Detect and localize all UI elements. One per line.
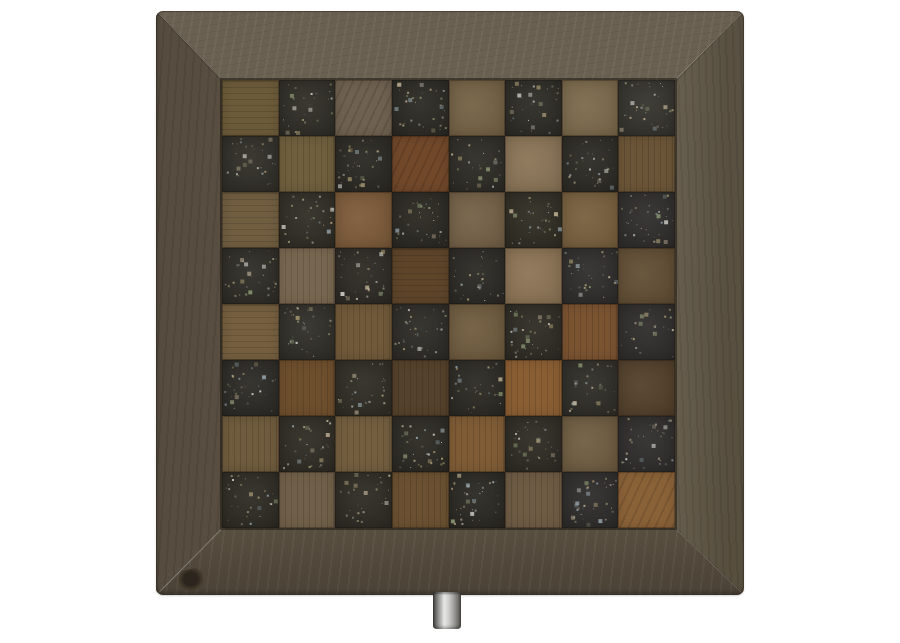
square-g8 — [562, 80, 619, 136]
square-d4 — [392, 304, 449, 360]
square-a5 — [222, 248, 279, 304]
stone-speckles — [505, 80, 507, 82]
square-a3 — [222, 360, 279, 416]
stone-speckles — [505, 192, 507, 194]
square-b4 — [279, 304, 336, 360]
square-f2 — [505, 416, 562, 472]
stone-speckles — [222, 360, 224, 362]
square-e8 — [449, 80, 506, 136]
square-c7 — [335, 136, 392, 192]
square-h3 — [618, 360, 675, 416]
stone-speckles — [618, 304, 620, 306]
square-g3 — [562, 360, 619, 416]
square-f5 — [505, 248, 562, 304]
square-g5 — [562, 248, 619, 304]
square-b5 — [279, 248, 336, 304]
square-b1 — [279, 472, 336, 528]
square-d1 — [392, 472, 449, 528]
square-b7 — [279, 136, 336, 192]
stone-speckles — [335, 248, 337, 250]
board-grid — [222, 80, 675, 528]
square-c6 — [335, 192, 392, 248]
miter-seam-bottom-right — [675, 527, 744, 595]
stone-speckles — [392, 80, 394, 82]
stone-speckles — [392, 416, 394, 418]
stone-speckles — [335, 360, 337, 362]
stone-speckles — [562, 248, 564, 250]
product-photo — [0, 0, 900, 643]
square-d6 — [392, 192, 449, 248]
square-c3 — [335, 360, 392, 416]
stone-speckles — [618, 80, 620, 82]
square-g6 — [562, 192, 619, 248]
square-d2 — [392, 416, 449, 472]
square-a8 — [222, 80, 279, 136]
square-e7 — [449, 136, 506, 192]
square-g7 — [562, 136, 619, 192]
square-f3 — [505, 360, 562, 416]
stone-speckles — [279, 416, 281, 418]
square-c5 — [335, 248, 392, 304]
stone-speckles — [222, 472, 224, 474]
stone-speckles — [335, 472, 337, 474]
stone-speckles — [562, 472, 564, 474]
stone-speckles — [449, 472, 451, 474]
square-f8 — [505, 80, 562, 136]
square-f7 — [505, 136, 562, 192]
square-c2 — [335, 416, 392, 472]
square-f4 — [505, 304, 562, 360]
stone-speckles — [335, 136, 337, 138]
square-c8 — [335, 80, 392, 136]
square-a6 — [222, 192, 279, 248]
square-b2 — [279, 416, 336, 472]
square-d7 — [392, 136, 449, 192]
square-e2 — [449, 416, 506, 472]
stone-speckles — [449, 136, 451, 138]
stone-speckles — [392, 192, 394, 194]
square-g2 — [562, 416, 619, 472]
stone-speckles — [618, 192, 620, 194]
square-b3 — [279, 360, 336, 416]
square-b6 — [279, 192, 336, 248]
stone-speckles — [392, 304, 394, 306]
stone-speckles — [222, 248, 224, 250]
stone-speckles — [279, 80, 281, 82]
stone-speckles — [505, 304, 507, 306]
square-h1 — [618, 472, 675, 528]
chess-board — [156, 11, 744, 595]
square-h2 — [618, 416, 675, 472]
stone-speckles — [279, 192, 281, 194]
square-d3 — [392, 360, 449, 416]
square-a7 — [222, 136, 279, 192]
square-h5 — [618, 248, 675, 304]
square-e1 — [449, 472, 506, 528]
square-d5 — [392, 248, 449, 304]
stone-speckles — [618, 416, 620, 418]
square-a1 — [222, 472, 279, 528]
square-c1 — [335, 472, 392, 528]
square-g1 — [562, 472, 619, 528]
stone-speckles — [449, 248, 451, 250]
stone-speckles — [562, 136, 564, 138]
square-g4 — [562, 304, 619, 360]
square-e3 — [449, 360, 506, 416]
metal-knob — [433, 592, 461, 629]
square-a2 — [222, 416, 279, 472]
square-h8 — [618, 80, 675, 136]
square-e4 — [449, 304, 506, 360]
stone-speckles — [449, 360, 451, 362]
stone-speckles — [222, 136, 224, 138]
square-h4 — [618, 304, 675, 360]
square-b8 — [279, 80, 336, 136]
square-e6 — [449, 192, 506, 248]
square-a4 — [222, 304, 279, 360]
square-d8 — [392, 80, 449, 136]
square-h7 — [618, 136, 675, 192]
square-e5 — [449, 248, 506, 304]
square-c4 — [335, 304, 392, 360]
wood-knot — [176, 567, 206, 594]
miter-seam-top-left — [156, 11, 222, 81]
stone-speckles — [505, 416, 507, 418]
miter-seam-bottom-left — [156, 528, 223, 595]
square-h6 — [618, 192, 675, 248]
square-f6 — [505, 192, 562, 248]
miter-seam-top-right — [676, 11, 744, 82]
stone-speckles — [279, 304, 281, 306]
stone-speckles — [562, 360, 564, 362]
square-f1 — [505, 472, 562, 528]
